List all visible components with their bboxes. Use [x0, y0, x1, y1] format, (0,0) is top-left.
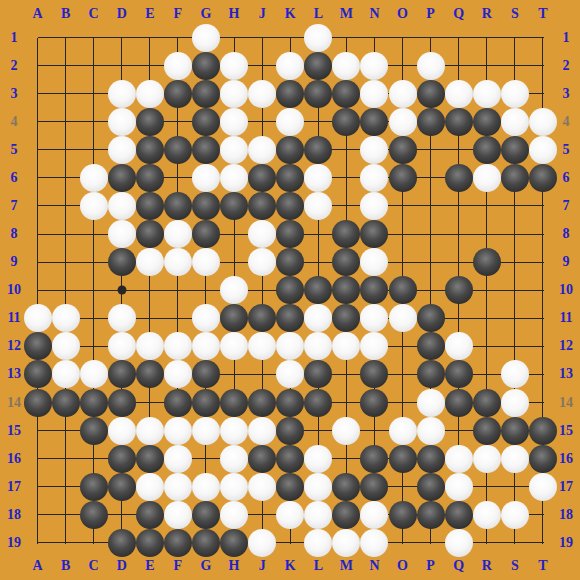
row-label-left-15: 15	[7, 424, 21, 438]
white-stone-Q12[interactable]	[445, 332, 473, 360]
col-label-top-C: C	[89, 7, 99, 21]
black-stone-Q10[interactable]	[445, 276, 473, 304]
black-stone-R5[interactable]	[473, 136, 501, 164]
col-label-bottom-O: O	[397, 559, 408, 573]
row-label-right-19: 19	[559, 536, 573, 550]
col-label-bottom-G: G	[201, 559, 212, 573]
white-stone-J3[interactable]	[248, 80, 276, 108]
white-stone-N11[interactable]	[360, 304, 388, 332]
white-stone-J5[interactable]	[248, 136, 276, 164]
black-stone-P17[interactable]	[417, 473, 445, 501]
col-label-bottom-P: P	[426, 559, 435, 573]
col-label-top-R: R	[482, 7, 492, 21]
black-stone-F5[interactable]	[164, 136, 192, 164]
white-stone-C6[interactable]	[80, 164, 108, 192]
black-stone-G14[interactable]	[192, 389, 220, 417]
white-stone-A11[interactable]	[24, 304, 52, 332]
black-stone-G7[interactable]	[192, 192, 220, 220]
row-label-right-4: 4	[563, 115, 570, 129]
black-stone-G13[interactable]	[192, 360, 220, 388]
row-label-left-3: 3	[11, 87, 18, 101]
white-stone-S13[interactable]	[501, 360, 529, 388]
white-stone-M2[interactable]	[332, 52, 360, 80]
white-stone-C13[interactable]	[80, 360, 108, 388]
white-stone-G12[interactable]	[192, 332, 220, 360]
col-label-bottom-E: E	[145, 559, 154, 573]
black-stone-G8[interactable]	[192, 220, 220, 248]
black-stone-K17[interactable]	[276, 473, 304, 501]
col-label-top-A: A	[32, 7, 42, 21]
black-stone-H11[interactable]	[220, 304, 248, 332]
black-stone-O5[interactable]	[389, 136, 417, 164]
grid-line-vertical	[65, 38, 66, 544]
row-label-right-9: 9	[563, 255, 570, 269]
white-stone-S3[interactable]	[501, 80, 529, 108]
white-stone-F13[interactable]	[164, 360, 192, 388]
row-label-right-7: 7	[563, 199, 570, 213]
black-stone-K10[interactable]	[276, 276, 304, 304]
black-stone-Q14[interactable]	[445, 389, 473, 417]
row-label-right-1: 1	[563, 31, 570, 45]
white-stone-O15[interactable]	[389, 417, 417, 445]
row-label-left-4: 4	[11, 115, 18, 129]
black-stone-R9[interactable]	[473, 248, 501, 276]
black-stone-G4[interactable]	[192, 108, 220, 136]
col-label-bottom-S: S	[511, 559, 519, 573]
white-stone-O3[interactable]	[389, 80, 417, 108]
black-stone-C15[interactable]	[80, 417, 108, 445]
white-stone-Q16[interactable]	[445, 445, 473, 473]
white-stone-J15[interactable]	[248, 417, 276, 445]
row-label-right-6: 6	[563, 171, 570, 185]
black-stone-Q6[interactable]	[445, 164, 473, 192]
row-label-right-10: 10	[559, 283, 573, 297]
white-stone-E15[interactable]	[136, 417, 164, 445]
black-stone-N16[interactable]	[360, 445, 388, 473]
white-stone-B13[interactable]	[52, 360, 80, 388]
row-label-right-17: 17	[559, 480, 573, 494]
white-stone-J17[interactable]	[248, 473, 276, 501]
col-label-bottom-R: R	[482, 559, 492, 573]
white-stone-S18[interactable]	[501, 501, 529, 529]
black-stone-P4[interactable]	[417, 108, 445, 136]
row-label-left-11: 11	[7, 311, 20, 325]
black-stone-P3[interactable]	[417, 80, 445, 108]
black-stone-F3[interactable]	[164, 80, 192, 108]
row-label-left-17: 17	[7, 480, 21, 494]
grid-line-vertical	[37, 38, 38, 544]
row-label-right-3: 3	[563, 87, 570, 101]
row-label-right-16: 16	[559, 452, 573, 466]
black-stone-M8[interactable]	[332, 220, 360, 248]
white-stone-F12[interactable]	[164, 332, 192, 360]
white-stone-H2[interactable]	[220, 52, 248, 80]
black-stone-P18[interactable]	[417, 501, 445, 529]
white-stone-S4[interactable]	[501, 108, 529, 136]
black-stone-M10[interactable]	[332, 276, 360, 304]
black-stone-M18[interactable]	[332, 501, 360, 529]
black-stone-F7[interactable]	[164, 192, 192, 220]
black-stone-M3[interactable]	[332, 80, 360, 108]
black-stone-K16[interactable]	[276, 445, 304, 473]
black-stone-Q4[interactable]	[445, 108, 473, 136]
row-label-right-11: 11	[559, 311, 572, 325]
black-stone-K5[interactable]	[276, 136, 304, 164]
col-label-bottom-M: M	[340, 559, 353, 573]
white-stone-H16[interactable]	[220, 445, 248, 473]
black-stone-D6[interactable]	[108, 164, 136, 192]
white-stone-T17[interactable]	[529, 473, 557, 501]
white-stone-M12[interactable]	[332, 332, 360, 360]
row-label-left-1: 1	[11, 31, 18, 45]
go-board[interactable]: AABBCCDDEEFFGGHHJJKKLLMMNNOOPPQQRRSSTT11…	[0, 0, 580, 580]
black-stone-E18[interactable]	[136, 501, 164, 529]
white-stone-L1[interactable]	[304, 24, 332, 52]
col-label-bottom-T: T	[538, 559, 547, 573]
white-stone-J8[interactable]	[248, 220, 276, 248]
black-stone-T16[interactable]	[529, 445, 557, 473]
black-stone-E7[interactable]	[136, 192, 164, 220]
white-stone-R3[interactable]	[473, 80, 501, 108]
black-stone-N17[interactable]	[360, 473, 388, 501]
black-stone-E4[interactable]	[136, 108, 164, 136]
black-stone-E5[interactable]	[136, 136, 164, 164]
col-label-bottom-J: J	[259, 559, 266, 573]
row-label-right-13: 13	[559, 367, 573, 381]
black-stone-Q13[interactable]	[445, 360, 473, 388]
row-label-right-12: 12	[559, 339, 573, 353]
black-stone-E16[interactable]	[136, 445, 164, 473]
white-stone-D8[interactable]	[108, 220, 136, 248]
black-stone-L5[interactable]	[304, 136, 332, 164]
white-stone-E3[interactable]	[136, 80, 164, 108]
black-stone-K9[interactable]	[276, 248, 304, 276]
black-stone-H19[interactable]	[220, 529, 248, 557]
black-stone-D17[interactable]	[108, 473, 136, 501]
row-label-left-12: 12	[7, 339, 21, 353]
row-label-right-14: 14	[559, 396, 573, 410]
black-stone-E19[interactable]	[136, 529, 164, 557]
col-label-top-F: F	[174, 7, 183, 21]
row-label-left-5: 5	[11, 143, 18, 157]
black-stone-T6[interactable]	[529, 164, 557, 192]
white-stone-M19[interactable]	[332, 529, 360, 557]
white-stone-T4[interactable]	[529, 108, 557, 136]
white-stone-D5[interactable]	[108, 136, 136, 164]
white-stone-N7[interactable]	[360, 192, 388, 220]
white-stone-Q3[interactable]	[445, 80, 473, 108]
white-stone-D7[interactable]	[108, 192, 136, 220]
white-stone-Q17[interactable]	[445, 473, 473, 501]
white-stone-R18[interactable]	[473, 501, 501, 529]
white-stone-O4[interactable]	[389, 108, 417, 136]
black-stone-O16[interactable]	[389, 445, 417, 473]
white-stone-G1[interactable]	[192, 24, 220, 52]
white-stone-L16[interactable]	[304, 445, 332, 473]
col-label-top-H: H	[229, 7, 240, 21]
white-stone-N3[interactable]	[360, 80, 388, 108]
star-point-D10	[117, 286, 126, 295]
black-stone-K7[interactable]	[276, 192, 304, 220]
col-label-bottom-N: N	[369, 559, 379, 573]
row-label-left-2: 2	[11, 59, 18, 73]
white-stone-N18[interactable]	[360, 501, 388, 529]
white-stone-N19[interactable]	[360, 529, 388, 557]
black-stone-L14[interactable]	[304, 389, 332, 417]
white-stone-J12[interactable]	[248, 332, 276, 360]
white-stone-F8[interactable]	[164, 220, 192, 248]
black-stone-L13[interactable]	[304, 360, 332, 388]
white-stone-G9[interactable]	[192, 248, 220, 276]
black-stone-E6[interactable]	[136, 164, 164, 192]
white-stone-B12[interactable]	[52, 332, 80, 360]
white-stone-L6[interactable]	[304, 164, 332, 192]
black-stone-M17[interactable]	[332, 473, 360, 501]
row-label-left-18: 18	[7, 508, 21, 522]
black-stone-Q18[interactable]	[445, 501, 473, 529]
white-stone-F15[interactable]	[164, 417, 192, 445]
white-stone-H5[interactable]	[220, 136, 248, 164]
white-stone-H12[interactable]	[220, 332, 248, 360]
col-label-top-T: T	[538, 7, 547, 21]
black-stone-L2[interactable]	[304, 52, 332, 80]
col-label-bottom-C: C	[89, 559, 99, 573]
col-label-top-J: J	[259, 7, 266, 21]
col-label-top-E: E	[145, 7, 154, 21]
white-stone-H17[interactable]	[220, 473, 248, 501]
black-stone-J6[interactable]	[248, 164, 276, 192]
black-stone-P12[interactable]	[417, 332, 445, 360]
col-label-bottom-L: L	[314, 559, 323, 573]
white-stone-S14[interactable]	[501, 389, 529, 417]
white-stone-P15[interactable]	[417, 417, 445, 445]
row-label-right-18: 18	[559, 508, 573, 522]
black-stone-F14[interactable]	[164, 389, 192, 417]
black-stone-K8[interactable]	[276, 220, 304, 248]
black-stone-R4[interactable]	[473, 108, 501, 136]
white-stone-D15[interactable]	[108, 417, 136, 445]
white-stone-C7[interactable]	[80, 192, 108, 220]
black-stone-K11[interactable]	[276, 304, 304, 332]
white-stone-K13[interactable]	[276, 360, 304, 388]
white-stone-O11[interactable]	[389, 304, 417, 332]
grid-line-horizontal	[38, 37, 544, 38]
col-label-top-N: N	[369, 7, 379, 21]
black-stone-N14[interactable]	[360, 389, 388, 417]
white-stone-K2[interactable]	[276, 52, 304, 80]
black-stone-G19[interactable]	[192, 529, 220, 557]
black-stone-O18[interactable]	[389, 501, 417, 529]
white-stone-F17[interactable]	[164, 473, 192, 501]
row-label-left-8: 8	[11, 227, 18, 241]
col-label-top-S: S	[511, 7, 519, 21]
white-stone-L11[interactable]	[304, 304, 332, 332]
black-stone-D14[interactable]	[108, 389, 136, 417]
white-stone-H15[interactable]	[220, 417, 248, 445]
black-stone-S5[interactable]	[501, 136, 529, 164]
col-label-bottom-K: K	[285, 559, 296, 573]
black-stone-P13[interactable]	[417, 360, 445, 388]
white-stone-L19[interactable]	[304, 529, 332, 557]
black-stone-F19[interactable]	[164, 529, 192, 557]
white-stone-N2[interactable]	[360, 52, 388, 80]
black-stone-S6[interactable]	[501, 164, 529, 192]
black-stone-E13[interactable]	[136, 360, 164, 388]
black-stone-C14[interactable]	[80, 389, 108, 417]
white-stone-P14[interactable]	[417, 389, 445, 417]
white-stone-H3[interactable]	[220, 80, 248, 108]
white-stone-D4[interactable]	[108, 108, 136, 136]
black-stone-P11[interactable]	[417, 304, 445, 332]
black-stone-T15[interactable]	[529, 417, 557, 445]
black-stone-N8[interactable]	[360, 220, 388, 248]
black-stone-J14[interactable]	[248, 389, 276, 417]
black-stone-C17[interactable]	[80, 473, 108, 501]
white-stone-F16[interactable]	[164, 445, 192, 473]
black-stone-K6[interactable]	[276, 164, 304, 192]
white-stone-R16[interactable]	[473, 445, 501, 473]
white-stone-F9[interactable]	[164, 248, 192, 276]
row-label-right-2: 2	[563, 59, 570, 73]
row-label-left-16: 16	[7, 452, 21, 466]
black-stone-D13[interactable]	[108, 360, 136, 388]
black-stone-G18[interactable]	[192, 501, 220, 529]
white-stone-Q19[interactable]	[445, 529, 473, 557]
col-label-top-K: K	[285, 7, 296, 21]
black-stone-K15[interactable]	[276, 417, 304, 445]
black-stone-N4[interactable]	[360, 108, 388, 136]
white-stone-R6[interactable]	[473, 164, 501, 192]
black-stone-N13[interactable]	[360, 360, 388, 388]
row-label-right-8: 8	[563, 227, 570, 241]
white-stone-B11[interactable]	[52, 304, 80, 332]
white-stone-S16[interactable]	[501, 445, 529, 473]
white-stone-J19[interactable]	[248, 529, 276, 557]
black-stone-O10[interactable]	[389, 276, 417, 304]
black-stone-S15[interactable]	[501, 417, 529, 445]
col-label-bottom-D: D	[117, 559, 127, 573]
black-stone-P16[interactable]	[417, 445, 445, 473]
white-stone-L7[interactable]	[304, 192, 332, 220]
black-stone-A12[interactable]	[24, 332, 52, 360]
col-label-top-L: L	[314, 7, 323, 21]
col-label-bottom-B: B	[61, 559, 70, 573]
black-stone-O6[interactable]	[389, 164, 417, 192]
col-label-bottom-A: A	[32, 559, 42, 573]
white-stone-F18[interactable]	[164, 501, 192, 529]
row-label-left-7: 7	[11, 199, 18, 213]
white-stone-J9[interactable]	[248, 248, 276, 276]
row-label-right-15: 15	[559, 424, 573, 438]
white-stone-D12[interactable]	[108, 332, 136, 360]
col-label-top-M: M	[340, 7, 353, 21]
black-stone-N10[interactable]	[360, 276, 388, 304]
white-stone-N12[interactable]	[360, 332, 388, 360]
white-stone-L12[interactable]	[304, 332, 332, 360]
black-stone-J16[interactable]	[248, 445, 276, 473]
white-stone-N9[interactable]	[360, 248, 388, 276]
col-label-bottom-Q: Q	[453, 559, 464, 573]
row-label-left-6: 6	[11, 171, 18, 185]
white-stone-G6[interactable]	[192, 164, 220, 192]
white-stone-D3[interactable]	[108, 80, 136, 108]
black-stone-A14[interactable]	[24, 389, 52, 417]
white-stone-H4[interactable]	[220, 108, 248, 136]
black-stone-D16[interactable]	[108, 445, 136, 473]
black-stone-C18[interactable]	[80, 501, 108, 529]
white-stone-G17[interactable]	[192, 473, 220, 501]
black-stone-R14[interactable]	[473, 389, 501, 417]
col-label-bottom-H: H	[229, 559, 240, 573]
col-label-top-G: G	[201, 7, 212, 21]
black-stone-J7[interactable]	[248, 192, 276, 220]
white-stone-H18[interactable]	[220, 501, 248, 529]
white-stone-E12[interactable]	[136, 332, 164, 360]
white-stone-G15[interactable]	[192, 417, 220, 445]
black-stone-R15[interactable]	[473, 417, 501, 445]
col-label-top-O: O	[397, 7, 408, 21]
black-stone-L3[interactable]	[304, 80, 332, 108]
col-label-top-D: D	[117, 7, 127, 21]
white-stone-D11[interactable]	[108, 304, 136, 332]
grid-line-vertical	[93, 38, 94, 544]
white-stone-K18[interactable]	[276, 501, 304, 529]
black-stone-L10[interactable]	[304, 276, 332, 304]
black-stone-E8[interactable]	[136, 220, 164, 248]
col-label-bottom-F: F	[174, 559, 183, 573]
black-stone-H14[interactable]	[220, 389, 248, 417]
black-stone-G2[interactable]	[192, 52, 220, 80]
row-label-left-13: 13	[7, 367, 21, 381]
row-label-right-5: 5	[563, 143, 570, 157]
white-stone-L18[interactable]	[304, 501, 332, 529]
black-stone-K3[interactable]	[276, 80, 304, 108]
row-label-left-9: 9	[11, 255, 18, 269]
white-stone-K4[interactable]	[276, 108, 304, 136]
white-stone-H10[interactable]	[220, 276, 248, 304]
black-stone-G5[interactable]	[192, 136, 220, 164]
black-stone-M4[interactable]	[332, 108, 360, 136]
black-stone-A13[interactable]	[24, 360, 52, 388]
col-label-top-Q: Q	[453, 7, 464, 21]
row-label-left-19: 19	[7, 536, 21, 550]
white-stone-G11[interactable]	[192, 304, 220, 332]
white-stone-N5[interactable]	[360, 136, 388, 164]
white-stone-L17[interactable]	[304, 473, 332, 501]
col-label-top-B: B	[61, 7, 70, 21]
black-stone-M9[interactable]	[332, 248, 360, 276]
col-label-top-P: P	[426, 7, 435, 21]
black-stone-G3[interactable]	[192, 80, 220, 108]
white-stone-E17[interactable]	[136, 473, 164, 501]
black-stone-H7[interactable]	[220, 192, 248, 220]
white-stone-M15[interactable]	[332, 417, 360, 445]
black-stone-M11[interactable]	[332, 304, 360, 332]
row-label-left-14: 14	[7, 396, 21, 410]
black-stone-D19[interactable]	[108, 529, 136, 557]
black-stone-J11[interactable]	[248, 304, 276, 332]
white-stone-E9[interactable]	[136, 248, 164, 276]
white-stone-P2[interactable]	[417, 52, 445, 80]
black-stone-B14[interactable]	[52, 389, 80, 417]
black-stone-K14[interactable]	[276, 389, 304, 417]
white-stone-K12[interactable]	[276, 332, 304, 360]
white-stone-F2[interactable]	[164, 52, 192, 80]
white-stone-N6[interactable]	[360, 164, 388, 192]
white-stone-H6[interactable]	[220, 164, 248, 192]
black-stone-D9[interactable]	[108, 248, 136, 276]
white-stone-T5[interactable]	[529, 136, 557, 164]
